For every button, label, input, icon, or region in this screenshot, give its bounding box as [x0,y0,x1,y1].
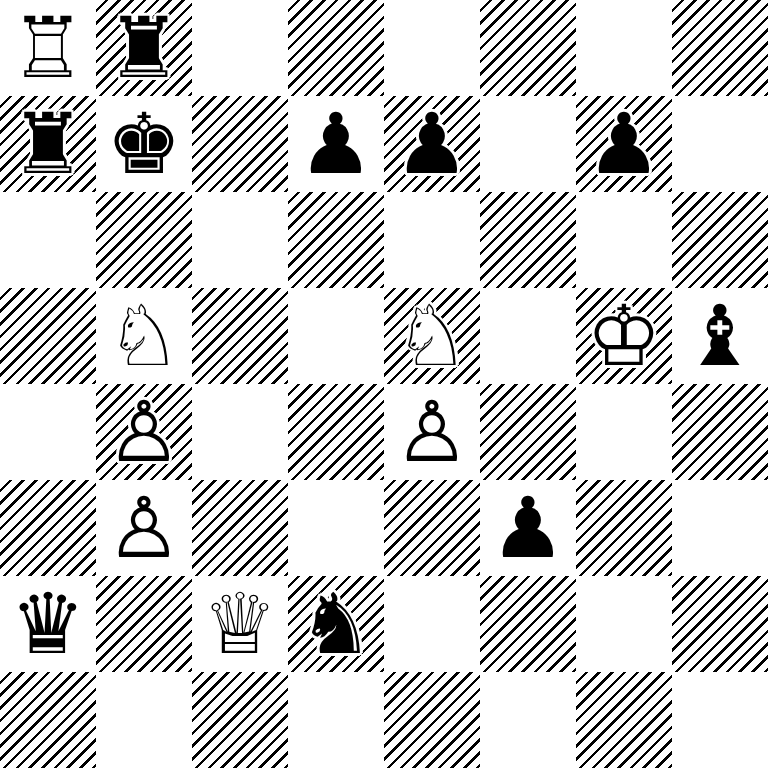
square-f7[interactable] [480,96,576,192]
piece-black-king: ♚♚ [96,96,192,192]
square-a8[interactable]: ♜♖ [0,0,96,96]
piece-black-knight: ♞♞ [288,576,384,672]
square-h5[interactable]: ♝♝ [672,288,768,384]
black-pawn-glyph: ♟ [384,96,480,192]
white-rook-glyph: ♖ [0,0,96,96]
square-a4[interactable] [0,384,96,480]
square-d6[interactable] [288,192,384,288]
square-b6[interactable] [96,192,192,288]
white-pawn-glyph: ♙ [96,384,192,480]
square-b2[interactable] [96,576,192,672]
square-c3[interactable] [192,480,288,576]
white-king-glyph: ♔ [576,288,672,384]
square-g6[interactable] [576,192,672,288]
white-knight-glyph: ♘ [384,288,480,384]
black-king-glyph: ♚ [96,96,192,192]
square-e7[interactable]: ♟♟ [384,96,480,192]
square-h7[interactable] [672,96,768,192]
square-g2[interactable] [576,576,672,672]
piece-white-queen: ♛♕ [192,576,288,672]
square-b4[interactable]: ♟♙ [96,384,192,480]
black-pawn-glyph: ♟ [480,480,576,576]
square-h4[interactable] [672,384,768,480]
square-f8[interactable] [480,0,576,96]
piece-white-king: ♚♔ [576,288,672,384]
square-b5[interactable]: ♞♘ [96,288,192,384]
square-d1[interactable] [288,672,384,768]
square-c6[interactable] [192,192,288,288]
square-e5[interactable]: ♞♘ [384,288,480,384]
piece-white-knight: ♞♘ [96,288,192,384]
square-c5[interactable] [192,288,288,384]
square-g1[interactable] [576,672,672,768]
black-queen-glyph: ♛ [0,576,96,672]
square-d8[interactable] [288,0,384,96]
square-a6[interactable] [0,192,96,288]
piece-black-queen: ♛♛ [0,576,96,672]
black-bishop-glyph: ♝ [672,288,768,384]
square-a5[interactable] [0,288,96,384]
square-g3[interactable] [576,480,672,576]
square-h3[interactable] [672,480,768,576]
square-g5[interactable]: ♚♔ [576,288,672,384]
black-rook-glyph: ♜ [0,96,96,192]
square-a7[interactable]: ♜♜ [0,96,96,192]
square-b7[interactable]: ♚♚ [96,96,192,192]
square-d2[interactable]: ♞♞ [288,576,384,672]
square-a1[interactable] [0,672,96,768]
piece-black-rook: ♜♜ [96,0,192,96]
square-c7[interactable] [192,96,288,192]
piece-white-pawn: ♟♙ [96,480,192,576]
square-d7[interactable]: ♟♟ [288,96,384,192]
square-b1[interactable] [96,672,192,768]
square-b8[interactable]: ♜♜ [96,0,192,96]
square-e6[interactable] [384,192,480,288]
square-f3[interactable]: ♟♟ [480,480,576,576]
square-h6[interactable] [672,192,768,288]
white-queen-glyph: ♕ [192,576,288,672]
white-pawn-glyph: ♙ [96,480,192,576]
piece-black-pawn: ♟♟ [384,96,480,192]
piece-black-pawn: ♟♟ [288,96,384,192]
square-a2[interactable]: ♛♛ [0,576,96,672]
square-h2[interactable] [672,576,768,672]
square-c1[interactable] [192,672,288,768]
square-c8[interactable] [192,0,288,96]
square-e8[interactable] [384,0,480,96]
square-g7[interactable]: ♟♟ [576,96,672,192]
square-e2[interactable] [384,576,480,672]
square-c4[interactable] [192,384,288,480]
square-g8[interactable] [576,0,672,96]
square-e3[interactable] [384,480,480,576]
square-h1[interactable] [672,672,768,768]
black-pawn-glyph: ♟ [288,96,384,192]
square-f6[interactable] [480,192,576,288]
white-knight-glyph: ♘ [96,288,192,384]
square-h8[interactable] [672,0,768,96]
white-pawn-glyph: ♙ [384,384,480,480]
square-a3[interactable] [0,480,96,576]
chess-board: ♜♖♜♜♜♜♚♚♟♟♟♟♟♟♞♘♞♘♚♔♝♝♟♙♟♙♟♙♟♟♛♛♛♕♞♞ [0,0,768,768]
piece-white-knight: ♞♘ [384,288,480,384]
piece-black-rook: ♜♜ [0,96,96,192]
square-b3[interactable]: ♟♙ [96,480,192,576]
piece-black-pawn: ♟♟ [480,480,576,576]
square-f1[interactable] [480,672,576,768]
piece-white-rook: ♜♖ [0,0,96,96]
piece-white-pawn: ♟♙ [96,384,192,480]
square-f5[interactable] [480,288,576,384]
square-f4[interactable] [480,384,576,480]
square-f2[interactable] [480,576,576,672]
square-d4[interactable] [288,384,384,480]
square-d3[interactable] [288,480,384,576]
piece-black-pawn: ♟♟ [576,96,672,192]
square-e1[interactable] [384,672,480,768]
square-e4[interactable]: ♟♙ [384,384,480,480]
piece-white-pawn: ♟♙ [384,384,480,480]
square-g4[interactable] [576,384,672,480]
square-d5[interactable] [288,288,384,384]
black-pawn-glyph: ♟ [576,96,672,192]
black-knight-glyph: ♞ [288,576,384,672]
black-rook-glyph: ♜ [96,0,192,96]
square-c2[interactable]: ♛♕ [192,576,288,672]
piece-black-bishop: ♝♝ [672,288,768,384]
